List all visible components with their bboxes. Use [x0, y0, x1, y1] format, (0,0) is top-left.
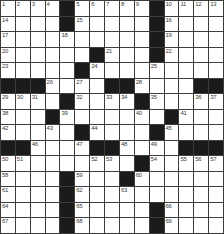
grid-cell[interactable]: 40 — [135, 110, 149, 125]
grid-cell[interactable]: 64 — [1, 203, 15, 218]
grid-cell[interactable] — [165, 141, 179, 156]
clue-number: 69 — [166, 218, 172, 225]
black-cell — [60, 203, 74, 218]
grid-cell[interactable] — [150, 79, 164, 94]
grid-cell[interactable] — [120, 17, 134, 32]
grid-cell[interactable]: 19 — [165, 32, 179, 47]
black-cell — [150, 17, 164, 32]
grid-cell[interactable] — [135, 48, 149, 63]
grid-cell[interactable]: 9 — [135, 1, 149, 16]
grid-cell[interactable] — [90, 172, 104, 187]
clue-number: 29 — [2, 94, 8, 101]
grid-cell[interactable] — [105, 17, 119, 32]
grid-cell[interactable] — [75, 156, 89, 171]
grid-cell[interactable] — [31, 187, 45, 202]
grid-cell[interactable] — [150, 110, 164, 125]
grid-cell[interactable] — [179, 79, 193, 94]
grid-cell[interactable] — [90, 94, 104, 109]
black-cell — [194, 141, 208, 156]
grid-cell[interactable]: 60 — [135, 172, 149, 187]
clue-number: 34 — [121, 94, 127, 101]
grid-cell[interactable] — [194, 203, 208, 218]
grid-cell[interactable]: 52 — [90, 156, 104, 171]
grid-cell[interactable]: 30 — [16, 94, 30, 109]
grid-cell[interactable]: 1 — [1, 1, 15, 16]
black-cell — [75, 63, 89, 78]
grid-cell[interactable] — [105, 172, 119, 187]
grid-cell[interactable]: 41 — [179, 110, 193, 125]
grid-cell[interactable] — [16, 218, 30, 233]
grid-cell[interactable]: 69 — [165, 218, 179, 233]
grid-cell[interactable] — [75, 32, 89, 47]
clue-number: 61 — [2, 187, 8, 194]
black-cell — [16, 141, 30, 156]
grid-cell[interactable] — [209, 17, 223, 32]
black-cell — [60, 1, 74, 16]
grid-cell[interactable] — [179, 125, 193, 140]
grid-cell[interactable]: 23 — [1, 63, 15, 78]
black-cell — [60, 17, 74, 32]
clue-number: 18 — [61, 32, 67, 39]
grid-cell[interactable] — [135, 63, 149, 78]
grid-cell[interactable] — [16, 187, 30, 202]
grid-cell[interactable]: 53 — [105, 156, 119, 171]
clue-number: 60 — [136, 172, 142, 179]
black-cell — [120, 172, 134, 187]
grid-cell[interactable] — [31, 32, 45, 47]
grid-cell[interactable]: 42 — [1, 125, 15, 140]
grid-cell[interactable] — [105, 63, 119, 78]
grid-cell[interactable]: 20 — [1, 48, 15, 63]
grid-cell[interactable] — [105, 218, 119, 233]
black-cell — [90, 141, 104, 156]
grid-cell[interactable] — [135, 203, 149, 218]
grid-cell[interactable] — [179, 172, 193, 187]
black-cell — [46, 110, 60, 125]
grid-cell[interactable] — [165, 156, 179, 171]
grid-cell[interactable] — [135, 218, 149, 233]
grid-cell[interactable] — [46, 94, 60, 109]
clue-number: 52 — [91, 156, 97, 163]
grid-cell[interactable] — [16, 203, 30, 218]
clue-number: 43 — [47, 125, 53, 132]
grid-cell[interactable]: 56 — [194, 156, 208, 171]
clue-number: 8 — [121, 1, 124, 8]
black-cell — [16, 79, 30, 94]
grid-cell[interactable]: 14 — [1, 17, 15, 32]
grid-cell[interactable] — [75, 48, 89, 63]
grid-cell[interactable]: 11 — [179, 1, 193, 16]
grid-cell[interactable] — [31, 218, 45, 233]
grid-cell[interactable]: 10 — [165, 1, 179, 16]
clue-number: 16 — [166, 17, 172, 24]
clue-number: 15 — [76, 17, 82, 24]
black-cell — [120, 79, 134, 94]
grid-cell[interactable] — [120, 203, 134, 218]
clue-number: 45 — [166, 125, 172, 132]
grid-cell[interactable] — [179, 48, 193, 63]
grid-cell[interactable] — [120, 125, 134, 140]
grid-cell[interactable] — [165, 172, 179, 187]
grid-cell[interactable] — [75, 110, 89, 125]
clue-number: 17 — [2, 32, 8, 39]
grid-cell[interactable]: 2 — [16, 1, 30, 16]
grid-cell[interactable] — [46, 48, 60, 63]
grid-cell[interactable] — [31, 63, 45, 78]
black-cell — [209, 141, 223, 156]
grid-cell[interactable] — [60, 141, 74, 156]
clue-number: 14 — [2, 17, 8, 24]
grid-cell[interactable] — [179, 32, 193, 47]
grid-cell[interactable]: 65 — [75, 203, 89, 218]
black-cell — [150, 218, 164, 233]
grid-cell[interactable] — [90, 203, 104, 218]
grid-cell[interactable]: 45 — [165, 125, 179, 140]
grid-cell[interactable] — [135, 32, 149, 47]
grid-cell[interactable]: 24 — [90, 63, 104, 78]
black-cell — [150, 1, 164, 16]
grid-cell[interactable] — [90, 17, 104, 32]
grid-cell[interactable] — [31, 203, 45, 218]
black-cell — [150, 32, 164, 47]
clue-number: 53 — [106, 156, 112, 163]
grid-cell[interactable] — [120, 63, 134, 78]
grid-cell[interactable]: 57 — [209, 156, 223, 171]
grid-cell[interactable] — [16, 110, 30, 125]
grid-cell[interactable] — [209, 48, 223, 63]
clue-number: 23 — [2, 63, 8, 70]
grid-cell[interactable] — [209, 218, 223, 233]
grid-cell[interactable] — [194, 17, 208, 32]
black-cell — [135, 156, 149, 171]
black-cell — [209, 79, 223, 94]
clue-number: 39 — [61, 110, 67, 117]
black-cell — [60, 218, 74, 233]
grid-cell[interactable]: 54 — [150, 156, 164, 171]
grid-cell[interactable] — [194, 125, 208, 140]
grid-cell[interactable] — [179, 63, 193, 78]
grid-cell[interactable]: 4 — [46, 1, 60, 16]
grid-cell[interactable] — [46, 203, 60, 218]
grid-cell[interactable] — [16, 172, 30, 187]
grid-cell[interactable]: 55 — [179, 156, 193, 171]
grid-cell[interactable] — [16, 125, 30, 140]
grid-cell[interactable] — [194, 187, 208, 202]
grid-cell[interactable] — [209, 203, 223, 218]
grid-cell[interactable] — [16, 17, 30, 32]
black-cell — [31, 79, 45, 94]
clue-number: 25 — [151, 63, 157, 70]
grid-cell[interactable] — [105, 125, 119, 140]
grid-cell[interactable] — [120, 32, 134, 47]
grid-cell[interactable] — [90, 110, 104, 125]
grid-cell[interactable] — [16, 32, 30, 47]
grid-cell[interactable] — [165, 94, 179, 109]
clue-number: 3 — [32, 1, 35, 8]
grid-cell[interactable] — [179, 187, 193, 202]
grid-cell[interactable] — [135, 187, 149, 202]
grid-cell[interactable]: 62 — [75, 187, 89, 202]
clue-number: 27 — [76, 79, 82, 86]
grid-cell[interactable] — [60, 63, 74, 78]
clue-number: 46 — [32, 141, 38, 148]
grid-cell[interactable] — [46, 17, 60, 32]
grid-cell[interactable] — [209, 32, 223, 47]
black-cell — [75, 125, 89, 140]
clue-number: 42 — [2, 125, 8, 132]
clue-number: 28 — [136, 79, 142, 86]
clue-number: 20 — [2, 48, 8, 55]
grid-cell[interactable]: 66 — [165, 203, 179, 218]
clue-number: 50 — [2, 156, 8, 163]
clue-number: 64 — [2, 203, 8, 210]
black-cell — [60, 172, 74, 187]
grid-cell[interactable] — [209, 187, 223, 202]
grid-cell[interactable]: 68 — [75, 218, 89, 233]
grid-cell[interactable]: 48 — [120, 141, 134, 156]
grid-cell[interactable]: 22 — [165, 48, 179, 63]
black-cell — [90, 48, 104, 63]
black-cell — [150, 125, 164, 140]
grid-cell[interactable]: 49 — [150, 141, 164, 156]
grid-cell[interactable] — [16, 63, 30, 78]
grid-cell[interactable] — [60, 48, 74, 63]
grid-cell[interactable] — [105, 32, 119, 47]
grid-cell[interactable] — [105, 203, 119, 218]
clue-number: 7 — [106, 1, 109, 8]
grid-cell[interactable]: 44 — [90, 125, 104, 140]
grid-cell[interactable] — [194, 218, 208, 233]
grid-cell[interactable]: 28 — [135, 79, 149, 94]
grid-cell[interactable] — [60, 125, 74, 140]
black-cell — [150, 203, 164, 218]
clue-number: 30 — [17, 94, 23, 101]
clue-number: 66 — [166, 203, 172, 210]
grid-cell[interactable] — [60, 156, 74, 171]
grid-cell[interactable] — [105, 187, 119, 202]
clue-number: 12 — [195, 1, 201, 8]
clue-number: 54 — [151, 156, 157, 163]
grid-cell[interactable] — [209, 63, 223, 78]
grid-cell[interactable]: 43 — [46, 125, 60, 140]
grid-cell[interactable] — [194, 172, 208, 187]
black-cell — [165, 110, 179, 125]
grid-cell[interactable]: 5 — [75, 1, 89, 16]
clue-number: 63 — [121, 187, 127, 194]
black-cell — [60, 94, 74, 109]
grid-cell[interactable] — [105, 110, 119, 125]
grid-cell[interactable]: 39 — [60, 110, 74, 125]
grid-cell[interactable] — [179, 17, 193, 32]
grid-cell[interactable]: 37 — [209, 94, 223, 109]
clue-number: 37 — [210, 94, 216, 101]
grid-cell[interactable]: 13 — [209, 1, 223, 16]
crossword-grid: 1234567891011121314151617181920212223242… — [0, 0, 224, 234]
grid-cell[interactable] — [135, 141, 149, 156]
grid-cell[interactable]: 34 — [120, 94, 134, 109]
grid-cell[interactable] — [135, 17, 149, 32]
grid-cell[interactable] — [31, 125, 45, 140]
clue-number: 57 — [210, 156, 216, 163]
black-cell — [105, 79, 119, 94]
grid-cell[interactable] — [46, 218, 60, 233]
grid-cell[interactable] — [46, 141, 60, 156]
grid-cell[interactable] — [46, 172, 60, 187]
grid-cell[interactable]: 36 — [194, 94, 208, 109]
clue-number: 56 — [195, 156, 201, 163]
grid-cell[interactable] — [120, 110, 134, 125]
clue-number: 24 — [91, 63, 97, 70]
black-cell — [60, 187, 74, 202]
clue-number: 36 — [195, 94, 201, 101]
black-cell — [1, 79, 15, 94]
grid-cell[interactable] — [120, 218, 134, 233]
grid-cell[interactable] — [209, 172, 223, 187]
clue-number: 38 — [2, 110, 8, 117]
grid-cell[interactable] — [90, 187, 104, 202]
clue-number: 21 — [106, 48, 112, 55]
grid-cell[interactable]: 61 — [1, 187, 15, 202]
grid-cell[interactable] — [31, 156, 45, 171]
clue-number: 67 — [2, 218, 8, 225]
grid-cell[interactable] — [194, 32, 208, 47]
grid-cell[interactable] — [31, 110, 45, 125]
grid-cell[interactable] — [179, 203, 193, 218]
clue-number: 26 — [47, 79, 53, 86]
grid-cell[interactable] — [16, 48, 30, 63]
grid-cell[interactable] — [179, 218, 193, 233]
grid-cell[interactable]: 15 — [75, 17, 89, 32]
grid-cell[interactable]: 3 — [31, 1, 45, 16]
grid-cell[interactable]: 6 — [90, 1, 104, 16]
grid-cell[interactable]: 17 — [1, 32, 15, 47]
grid-cell[interactable] — [90, 79, 104, 94]
grid-cell[interactable]: 26 — [46, 79, 60, 94]
clue-number: 33 — [106, 94, 112, 101]
clue-number: 1 — [2, 1, 5, 8]
grid-cell[interactable] — [135, 125, 149, 140]
grid-cell[interactable]: 51 — [16, 156, 30, 171]
clue-number: 6 — [91, 1, 94, 8]
grid-cell[interactable] — [120, 156, 134, 171]
grid-cell[interactable] — [46, 63, 60, 78]
grid-cell[interactable]: 50 — [1, 156, 15, 171]
clue-number: 4 — [47, 1, 50, 8]
clue-number: 5 — [76, 1, 79, 8]
clue-number: 59 — [76, 172, 82, 179]
grid-cell[interactable] — [60, 79, 74, 94]
grid-cell[interactable]: 16 — [165, 17, 179, 32]
grid-cell[interactable]: 18 — [60, 32, 74, 47]
grid-cell[interactable] — [31, 17, 45, 32]
clue-number: 41 — [180, 110, 186, 117]
clue-number: 13 — [210, 1, 216, 8]
clue-number: 32 — [76, 94, 82, 101]
grid-cell[interactable] — [90, 218, 104, 233]
grid-cell[interactable] — [194, 48, 208, 63]
grid-cell[interactable]: 7 — [105, 1, 119, 16]
grid-cell[interactable] — [165, 63, 179, 78]
clue-number: 65 — [76, 203, 82, 210]
grid-cell[interactable]: 47 — [75, 141, 89, 156]
grid-cell[interactable]: 63 — [120, 187, 134, 202]
clue-number: 68 — [76, 218, 82, 225]
grid-cell[interactable] — [194, 63, 208, 78]
grid-cell[interactable]: 27 — [75, 79, 89, 94]
clue-number: 9 — [136, 1, 139, 8]
grid-cell[interactable]: 67 — [1, 218, 15, 233]
black-cell — [194, 79, 208, 94]
grid-cell[interactable] — [46, 156, 60, 171]
grid-cell[interactable]: 21 — [105, 48, 119, 63]
grid-cell[interactable] — [31, 48, 45, 63]
clue-number: 40 — [136, 110, 142, 117]
grid-cell[interactable]: 8 — [120, 1, 134, 16]
clue-number: 22 — [166, 48, 172, 55]
grid-cell[interactable]: 25 — [150, 63, 164, 78]
clue-number: 49 — [151, 141, 157, 148]
grid-cell[interactable]: 59 — [75, 172, 89, 187]
grid-cell[interactable]: 31 — [31, 94, 45, 109]
grid-cell[interactable]: 46 — [31, 141, 45, 156]
grid-cell[interactable]: 32 — [75, 94, 89, 109]
clue-number: 47 — [76, 141, 82, 148]
black-cell — [135, 94, 149, 109]
grid-cell[interactable]: 38 — [1, 110, 15, 125]
clue-number: 58 — [2, 172, 8, 179]
black-cell — [105, 141, 119, 156]
grid-cell[interactable] — [150, 187, 164, 202]
clue-number: 44 — [91, 125, 97, 132]
clue-number: 35 — [151, 94, 157, 101]
grid-cell[interactable]: 29 — [1, 94, 15, 109]
grid-cell[interactable]: 33 — [105, 94, 119, 109]
grid-cell[interactable] — [90, 32, 104, 47]
grid-cell[interactable] — [209, 125, 223, 140]
clue-number: 2 — [17, 1, 20, 8]
grid-cell[interactable]: 58 — [1, 172, 15, 187]
grid-cell[interactable] — [165, 187, 179, 202]
grid-cell[interactable]: 12 — [194, 1, 208, 16]
black-cell — [179, 141, 193, 156]
grid-cell[interactable] — [46, 32, 60, 47]
grid-cell[interactable]: 35 — [150, 94, 164, 109]
clue-number: 31 — [32, 94, 38, 101]
grid-cell[interactable] — [150, 172, 164, 187]
clue-number: 19 — [166, 32, 172, 39]
clue-number: 55 — [180, 156, 186, 163]
grid-cell[interactable] — [31, 172, 45, 187]
grid-cell[interactable] — [194, 110, 208, 125]
grid-cell[interactable] — [209, 110, 223, 125]
clue-number: 11 — [180, 1, 186, 8]
grid-cell[interactable] — [120, 48, 134, 63]
grid-cell[interactable] — [179, 94, 193, 109]
black-cell — [150, 48, 164, 63]
clue-number: 62 — [76, 187, 82, 194]
black-cell — [1, 141, 15, 156]
clue-number: 48 — [121, 141, 127, 148]
grid-cell[interactable] — [46, 187, 60, 202]
clue-number: 51 — [17, 156, 23, 163]
grid-cell[interactable] — [165, 79, 179, 94]
clue-number: 10 — [166, 1, 172, 8]
